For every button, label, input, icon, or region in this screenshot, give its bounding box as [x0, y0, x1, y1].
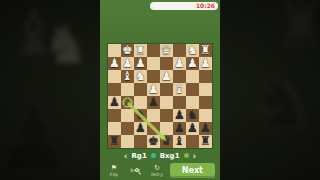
timer-pill: 10:26	[150, 2, 218, 10]
white-pawn[interactable]: ♟	[174, 57, 185, 70]
black-pawn[interactable]: ♟	[148, 96, 159, 109]
white-bishop[interactable]: ♝	[174, 83, 185, 96]
square-g3[interactable]: ♝	[121, 70, 134, 83]
square-d8[interactable]: ♛	[160, 135, 173, 148]
square-b2[interactable]: ♟	[186, 57, 199, 70]
square-e5[interactable]: ♟	[147, 96, 160, 109]
white-pawn[interactable]: ♟	[187, 57, 198, 70]
square-f4[interactable]	[134, 83, 147, 96]
square-b8[interactable]	[186, 135, 199, 148]
square-g7[interactable]	[121, 122, 134, 135]
square-g5[interactable]: ♟	[121, 96, 134, 109]
black-pawn[interactable]: ♟	[122, 96, 133, 109]
move-quality-badge	[184, 153, 189, 158]
square-d6[interactable]	[160, 109, 173, 122]
black-pawn[interactable]: ♟	[135, 122, 146, 135]
bottom-toolbar: ⚑ Flip Best ↻ Retry Next	[100, 161, 220, 179]
square-a3[interactable]	[199, 70, 212, 83]
white-bishop[interactable]: ♝	[122, 70, 133, 83]
square-h3[interactable]	[108, 70, 121, 83]
tool-label: Flip	[110, 172, 118, 177]
square-a8[interactable]: ♜	[199, 135, 212, 148]
flip-button[interactable]: ⚑ Flip	[105, 164, 123, 177]
square-d4[interactable]	[160, 83, 173, 96]
square-a5[interactable]	[199, 96, 212, 109]
square-a2[interactable]: ♟	[199, 57, 212, 70]
retry-button[interactable]: ↻ Retry	[148, 164, 166, 177]
flag-icon: ⚑	[111, 164, 117, 172]
board-area: ♚♜♛♞♜♟♟♟♟♟♟♝♞♟♟♝♟♟♟♞♟♞♟♟♟♟♜♚♛♝♜	[108, 44, 212, 148]
white-queen[interactable]: ♛	[161, 44, 172, 57]
next-move-button[interactable]: ›	[193, 151, 197, 161]
square-b7[interactable]: ♟	[186, 122, 199, 135]
white-knight[interactable]: ♞	[135, 70, 146, 83]
next-button[interactable]: Next	[170, 163, 215, 178]
square-d5[interactable]	[160, 96, 173, 109]
tool-label: Retry	[151, 172, 163, 177]
square-f8[interactable]	[134, 135, 147, 148]
square-f7[interactable]: ♟	[134, 122, 147, 135]
square-e6[interactable]	[147, 109, 160, 122]
black-queen[interactable]: ♛	[161, 135, 172, 148]
square-c8[interactable]: ♝	[173, 135, 186, 148]
white-pawn[interactable]: ♟	[200, 57, 211, 70]
square-c4[interactable]: ♝	[173, 83, 186, 96]
best-button[interactable]: Best	[127, 168, 145, 173]
square-e1[interactable]	[147, 44, 160, 57]
square-h6[interactable]	[108, 109, 121, 122]
square-e2[interactable]	[147, 57, 160, 70]
chess-board[interactable]: ♚♜♛♞♜♟♟♟♟♟♟♝♞♟♟♝♟♟♟♞♟♞♟♟♟♟♜♚♛♝♜	[108, 44, 212, 148]
square-b4[interactable]	[186, 83, 199, 96]
square-h2[interactable]: ♟	[108, 57, 121, 70]
black-pawn[interactable]: ♟	[109, 96, 120, 109]
prev-move-button[interactable]: ‹	[124, 151, 128, 161]
white-pawn[interactable]: ♟	[109, 57, 120, 70]
square-e8[interactable]: ♚	[147, 135, 160, 148]
move-navigation: ‹ Rg1 Bxg1 ›	[100, 150, 220, 161]
black-bishop[interactable]: ♝	[174, 135, 185, 148]
square-f3[interactable]: ♞	[134, 70, 147, 83]
square-c2[interactable]: ♟	[173, 57, 186, 70]
black-king[interactable]: ♚	[148, 135, 159, 148]
black-rook[interactable]: ♜	[109, 135, 120, 148]
square-d3[interactable]: ♟	[160, 70, 173, 83]
move-quality-badge	[151, 153, 156, 158]
chess-app-panel: 10:26 ♚♜♛♞♜♟♟♟♟♟♟♝♞♟♟♝♟♟♟♞♟♞♟♟♟♟♜♚♛♝♜ ‹ …	[100, 0, 220, 180]
square-g6[interactable]	[121, 109, 134, 122]
square-h5[interactable]: ♟	[108, 96, 121, 109]
retry-icon: ↻	[154, 164, 160, 172]
square-a4[interactable]	[199, 83, 212, 96]
square-d1[interactable]: ♛	[160, 44, 173, 57]
white-pawn[interactable]: ♟	[161, 70, 172, 83]
black-rook[interactable]: ♜	[200, 135, 211, 148]
timer-text: 10:26	[196, 2, 215, 10]
move-san[interactable]: Rg1	[131, 151, 146, 161]
move-san[interactable]: Bxg1	[160, 151, 180, 161]
screenshot-stage: ♝ ♞ ♟ ♟ ♜ ♞ ♟ 10:26 ♚♜♛♞♜♟♟♟♟♟♟♝♞♟♟♝♟♟♟♞…	[0, 0, 320, 180]
black-pawn[interactable]: ♟	[187, 122, 198, 135]
square-h8[interactable]: ♜	[108, 135, 121, 148]
square-g8[interactable]	[121, 135, 134, 148]
square-b3[interactable]	[186, 70, 199, 83]
